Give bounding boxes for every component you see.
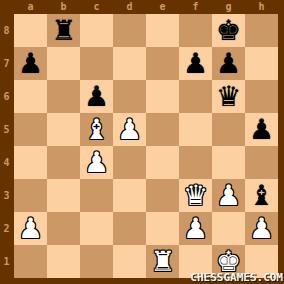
square-e8[interactable] xyxy=(146,14,179,47)
square-h7[interactable] xyxy=(245,47,278,80)
square-h2[interactable]: ♟ xyxy=(245,212,278,245)
white-pawn-c4: ♟ xyxy=(80,146,113,179)
square-g5[interactable] xyxy=(212,113,245,146)
square-h3[interactable]: ♝ xyxy=(245,179,278,212)
file-label-d: d xyxy=(113,0,146,13)
square-d1[interactable] xyxy=(113,245,146,278)
rank-label-2: 2 xyxy=(0,212,13,245)
square-c7[interactable] xyxy=(80,47,113,80)
rank-label-7: 7 xyxy=(0,47,13,80)
square-a8[interactable] xyxy=(14,14,47,47)
square-c4[interactable]: ♟ xyxy=(80,146,113,179)
square-f3[interactable]: ♛ xyxy=(179,179,212,212)
square-b2[interactable] xyxy=(47,212,80,245)
rank-label-6: 6 xyxy=(0,80,13,113)
square-b3[interactable] xyxy=(47,179,80,212)
square-b5[interactable] xyxy=(47,113,80,146)
square-b4[interactable] xyxy=(47,146,80,179)
square-f7[interactable]: ♟ xyxy=(179,47,212,80)
rank-label-1: 1 xyxy=(0,245,13,278)
square-d2[interactable] xyxy=(113,212,146,245)
square-g6[interactable]: ♛ xyxy=(212,80,245,113)
square-a6[interactable] xyxy=(14,80,47,113)
square-c2[interactable] xyxy=(80,212,113,245)
black-pawn-f7: ♟ xyxy=(179,47,212,80)
square-e5[interactable] xyxy=(146,113,179,146)
black-pawn-h5: ♟ xyxy=(245,113,278,146)
square-d6[interactable] xyxy=(113,80,146,113)
black-rook-b8: ♜ xyxy=(47,14,80,47)
square-f2[interactable]: ♟ xyxy=(179,212,212,245)
square-a4[interactable] xyxy=(14,146,47,179)
white-pawn-f2: ♟ xyxy=(179,212,212,245)
square-b6[interactable] xyxy=(47,80,80,113)
black-pawn-c6: ♟ xyxy=(80,80,113,113)
square-e2[interactable] xyxy=(146,212,179,245)
square-g8[interactable]: ♚ xyxy=(212,14,245,47)
square-d8[interactable] xyxy=(113,14,146,47)
file-label-e: e xyxy=(146,0,179,13)
black-pawn-g7: ♟ xyxy=(212,47,245,80)
board: ♜♚♟♟♟♟♛♝♟♟♟♛♟♝♟♟♟♜♚ xyxy=(14,14,278,278)
file-label-h: h xyxy=(245,0,278,13)
square-f6[interactable] xyxy=(179,80,212,113)
white-rook-e1: ♜ xyxy=(146,245,179,278)
square-f8[interactable] xyxy=(179,14,212,47)
rank-label-8: 8 xyxy=(0,14,13,47)
rank-label-3: 3 xyxy=(0,179,13,212)
white-pawn-a2: ♟ xyxy=(14,212,47,245)
square-d7[interactable] xyxy=(113,47,146,80)
square-c1[interactable] xyxy=(80,245,113,278)
square-e7[interactable] xyxy=(146,47,179,80)
square-g4[interactable] xyxy=(212,146,245,179)
square-a2[interactable]: ♟ xyxy=(14,212,47,245)
square-b7[interactable] xyxy=(47,47,80,80)
square-c6[interactable]: ♟ xyxy=(80,80,113,113)
rank-label-4: 4 xyxy=(0,146,13,179)
square-c3[interactable] xyxy=(80,179,113,212)
square-d4[interactable] xyxy=(113,146,146,179)
chess-diagram: abcdefgh 87654321 ♜♚♟♟♟♟♛♝♟♟♟♛♟♝♟♟♟♜♚ CH… xyxy=(0,0,284,284)
white-pawn-g3: ♟ xyxy=(212,179,245,212)
black-queen-g6: ♛ xyxy=(212,80,245,113)
square-b1[interactable] xyxy=(47,245,80,278)
square-h6[interactable] xyxy=(245,80,278,113)
black-pawn-a7: ♟ xyxy=(14,47,47,80)
file-label-b: b xyxy=(47,0,80,13)
square-c5[interactable]: ♝ xyxy=(80,113,113,146)
square-a5[interactable] xyxy=(14,113,47,146)
square-g3[interactable]: ♟ xyxy=(212,179,245,212)
square-h8[interactable] xyxy=(245,14,278,47)
square-a7[interactable]: ♟ xyxy=(14,47,47,80)
square-e1[interactable]: ♜ xyxy=(146,245,179,278)
file-label-a: a xyxy=(14,0,47,13)
square-h5[interactable]: ♟ xyxy=(245,113,278,146)
square-e4[interactable] xyxy=(146,146,179,179)
square-c8[interactable] xyxy=(80,14,113,47)
file-label-g: g xyxy=(212,0,245,13)
white-queen-f3: ♛ xyxy=(179,179,212,212)
square-g2[interactable] xyxy=(212,212,245,245)
black-bishop-h3: ♝ xyxy=(245,179,278,212)
square-h4[interactable] xyxy=(245,146,278,179)
chessgames-watermark: CHESSGAMES.COM xyxy=(190,271,283,284)
square-a3[interactable] xyxy=(14,179,47,212)
square-f5[interactable] xyxy=(179,113,212,146)
file-label-c: c xyxy=(80,0,113,13)
square-b8[interactable]: ♜ xyxy=(47,14,80,47)
file-label-f: f xyxy=(179,0,212,13)
square-d5[interactable]: ♟ xyxy=(113,113,146,146)
black-king-g8: ♚ xyxy=(212,14,245,47)
white-bishop-c5: ♝ xyxy=(80,113,113,146)
square-e6[interactable] xyxy=(146,80,179,113)
square-d3[interactable] xyxy=(113,179,146,212)
white-pawn-h2: ♟ xyxy=(245,212,278,245)
white-pawn-d5: ♟ xyxy=(113,113,146,146)
rank-label-5: 5 xyxy=(0,113,13,146)
square-f4[interactable] xyxy=(179,146,212,179)
square-a1[interactable] xyxy=(14,245,47,278)
square-e3[interactable] xyxy=(146,179,179,212)
square-g7[interactable]: ♟ xyxy=(212,47,245,80)
